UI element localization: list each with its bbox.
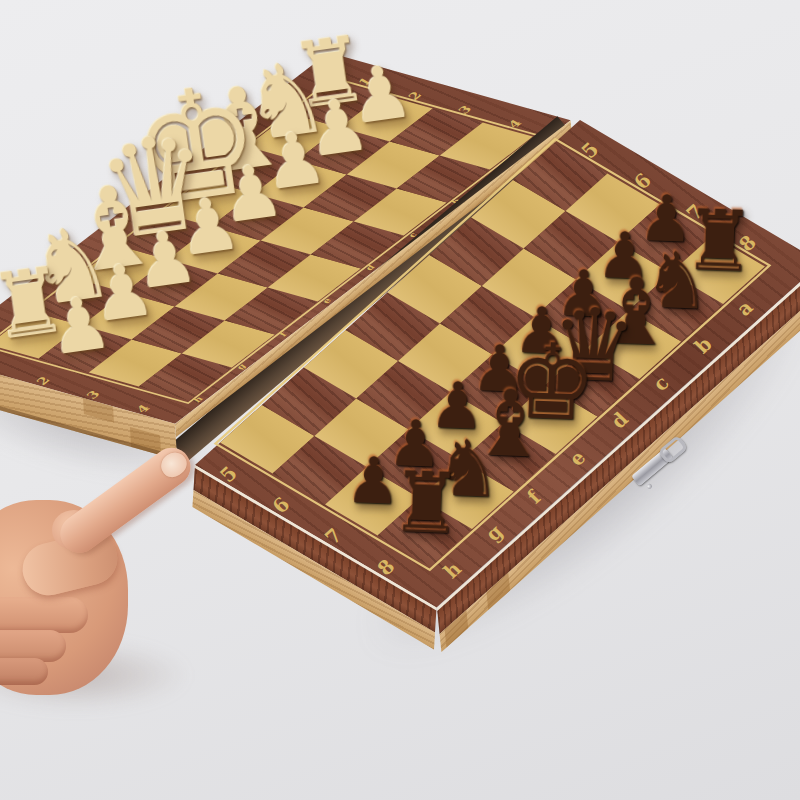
folded-finger <box>0 658 48 685</box>
product-photo-chess-set: { "game": "chess", "scene": { "descripti… <box>0 0 800 800</box>
clasp-screw <box>646 483 653 490</box>
folded-finger <box>0 597 88 633</box>
